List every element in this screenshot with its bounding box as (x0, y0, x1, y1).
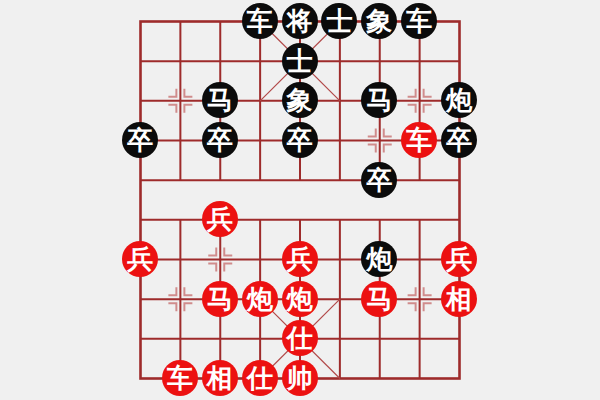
board-point-6-9 (359, 358, 399, 398)
board-point-0-8 (120, 318, 160, 358)
board-point-3-2 (240, 80, 280, 120)
board-point-7-3[interactable]: 车 (399, 120, 439, 160)
board-point-1-7 (160, 279, 200, 319)
piece-black-车[interactable]: 车 (401, 3, 437, 39)
piece-black-卒[interactable]: 卒 (202, 122, 238, 158)
board-point-6-6[interactable]: 炮 (359, 239, 399, 279)
board-point-2-9[interactable]: 相 (200, 358, 240, 398)
board-point-2-3[interactable]: 卒 (200, 120, 240, 160)
board-point-7-2 (399, 80, 439, 120)
board-point-2-6 (200, 239, 240, 279)
board-point-7-7 (399, 279, 439, 319)
board-point-1-6 (160, 239, 200, 279)
piece-black-卒[interactable]: 卒 (441, 122, 477, 158)
piece-black-马[interactable]: 马 (361, 82, 397, 118)
board-point-8-9 (439, 358, 479, 398)
piece-black-炮[interactable]: 炮 (441, 82, 477, 118)
board-point-4-6[interactable]: 兵 (280, 239, 320, 279)
board-point-5-7 (319, 279, 359, 319)
piece-red-炮[interactable]: 炮 (242, 281, 278, 317)
piece-red-炮[interactable]: 炮 (282, 281, 318, 317)
board-point-3-9[interactable]: 仕 (240, 358, 280, 398)
piece-red-马[interactable]: 马 (202, 281, 238, 317)
piece-red-兵[interactable]: 兵 (122, 241, 158, 277)
piece-red-车[interactable]: 车 (162, 360, 198, 396)
board-point-2-0 (200, 1, 240, 41)
piece-black-车[interactable]: 车 (242, 3, 278, 39)
piece-red-兵[interactable]: 兵 (282, 241, 318, 277)
board-point-2-7[interactable]: 马 (200, 279, 240, 319)
board-point-7-6 (399, 239, 439, 279)
board-point-0-7 (120, 279, 160, 319)
board-point-2-5[interactable]: 兵 (200, 199, 240, 239)
board-point-8-2[interactable]: 炮 (439, 80, 479, 120)
xiangqi-board: 车将士象车士马象马炮卒卒卒车卒卒兵兵兵炮兵马炮炮马相仕车相仕帅 (120, 1, 479, 398)
board-point-5-2 (319, 80, 359, 120)
board-point-4-7[interactable]: 炮 (280, 279, 320, 319)
board-point-8-3[interactable]: 卒 (439, 120, 479, 160)
piece-red-相[interactable]: 相 (441, 281, 477, 317)
board-point-1-2 (160, 80, 200, 120)
piece-black-卒[interactable]: 卒 (122, 122, 158, 158)
board-point-3-6 (240, 239, 280, 279)
piece-red-仕[interactable]: 仕 (282, 320, 318, 356)
board-point-1-1 (160, 41, 200, 81)
board-point-4-5 (280, 199, 320, 239)
board-point-8-5 (439, 199, 479, 239)
board-point-8-0 (439, 1, 479, 41)
board-point-1-0 (160, 1, 200, 41)
board-point-7-1 (399, 41, 439, 81)
board-point-5-3 (319, 120, 359, 160)
board-point-5-5 (319, 199, 359, 239)
board-point-3-8 (240, 318, 280, 358)
board-point-6-0[interactable]: 象 (359, 1, 399, 41)
board-point-2-4 (200, 160, 240, 200)
board-point-8-6[interactable]: 兵 (439, 239, 479, 279)
piece-black-卒[interactable]: 卒 (282, 122, 318, 158)
board-point-7-9 (399, 358, 439, 398)
xiangqi-board-screenshot: 车将士象车士马象马炮卒卒卒车卒卒兵兵兵炮兵马炮炮马相仕车相仕帅 (0, 0, 600, 400)
board-point-1-5 (160, 199, 200, 239)
board-point-7-4 (399, 160, 439, 200)
board-point-0-5 (120, 199, 160, 239)
board-point-5-9 (319, 358, 359, 398)
board-point-7-5 (399, 199, 439, 239)
board-point-0-2 (120, 80, 160, 120)
board-point-3-5 (240, 199, 280, 239)
board-point-6-2[interactable]: 马 (359, 80, 399, 120)
board-point-0-1 (120, 41, 160, 81)
board-point-4-4 (280, 160, 320, 200)
board-point-4-8[interactable]: 仕 (280, 318, 320, 358)
piece-black-士[interactable]: 士 (282, 43, 318, 79)
board-point-2-1 (200, 41, 240, 81)
piece-black-士[interactable]: 士 (321, 3, 357, 39)
board-point-8-8 (439, 318, 479, 358)
board-point-1-8 (160, 318, 200, 358)
board-point-6-5 (359, 199, 399, 239)
piece-black-将[interactable]: 将 (282, 3, 318, 39)
board-point-5-0[interactable]: 士 (319, 1, 359, 41)
board-point-6-1 (359, 41, 399, 81)
board-point-3-1 (240, 41, 280, 81)
board-point-4-3[interactable]: 卒 (280, 120, 320, 160)
board-point-6-4[interactable]: 卒 (359, 160, 399, 200)
piece-black-象[interactable]: 象 (361, 3, 397, 39)
board-point-6-7[interactable]: 马 (359, 279, 399, 319)
board-point-1-3 (160, 120, 200, 160)
piece-black-炮[interactable]: 炮 (361, 241, 397, 277)
board-point-0-9 (120, 358, 160, 398)
board-point-8-1 (439, 41, 479, 81)
piece-black-马[interactable]: 马 (202, 82, 238, 118)
board-point-8-7[interactable]: 相 (439, 279, 479, 319)
piece-red-帅[interactable]: 帅 (282, 360, 318, 396)
piece-red-相[interactable]: 相 (202, 360, 238, 396)
board-point-8-4 (439, 160, 479, 200)
board-point-3-7[interactable]: 炮 (240, 279, 280, 319)
board-point-1-4 (160, 160, 200, 200)
piece-black-象[interactable]: 象 (282, 82, 318, 118)
board-point-5-4 (319, 160, 359, 200)
board-point-5-6 (319, 239, 359, 279)
board-point-7-0[interactable]: 车 (399, 1, 439, 41)
board-point-4-2[interactable]: 象 (280, 80, 320, 120)
board-point-7-8 (399, 318, 439, 358)
board-point-3-4 (240, 160, 280, 200)
board-point-0-6[interactable]: 兵 (120, 239, 160, 279)
piece-red-车[interactable]: 车 (401, 122, 437, 158)
board-point-5-1 (319, 41, 359, 81)
piece-red-兵[interactable]: 兵 (202, 201, 238, 237)
board-point-1-9[interactable]: 车 (160, 358, 200, 398)
piece-red-兵[interactable]: 兵 (441, 241, 477, 277)
board-point-0-3[interactable]: 卒 (120, 120, 160, 160)
board-point-4-1[interactable]: 士 (280, 41, 320, 81)
board-point-0-0 (120, 1, 160, 41)
board-point-0-4 (120, 160, 160, 200)
piece-red-仕[interactable]: 仕 (242, 360, 278, 396)
board-point-5-8 (319, 318, 359, 358)
board-point-2-2[interactable]: 马 (200, 80, 240, 120)
board-point-6-3 (359, 120, 399, 160)
board-point-3-0[interactable]: 车 (240, 1, 280, 41)
board-point-6-8 (359, 318, 399, 358)
piece-black-卒[interactable]: 卒 (361, 162, 397, 198)
board-point-2-8 (200, 318, 240, 358)
board-point-4-0[interactable]: 将 (280, 1, 320, 41)
board-point-3-3 (240, 120, 280, 160)
board-point-4-9[interactable]: 帅 (280, 358, 320, 398)
piece-red-马[interactable]: 马 (361, 281, 397, 317)
